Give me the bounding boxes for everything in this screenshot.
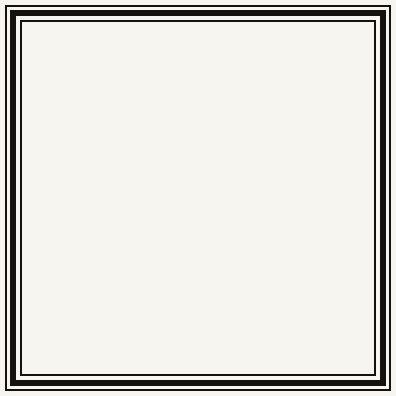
board-frame-outer-line [5,5,391,391]
chess-board [22,22,374,374]
chess-diagram [0,0,396,396]
board-frame-band [10,10,386,386]
board-frame-inner-line [20,20,376,376]
